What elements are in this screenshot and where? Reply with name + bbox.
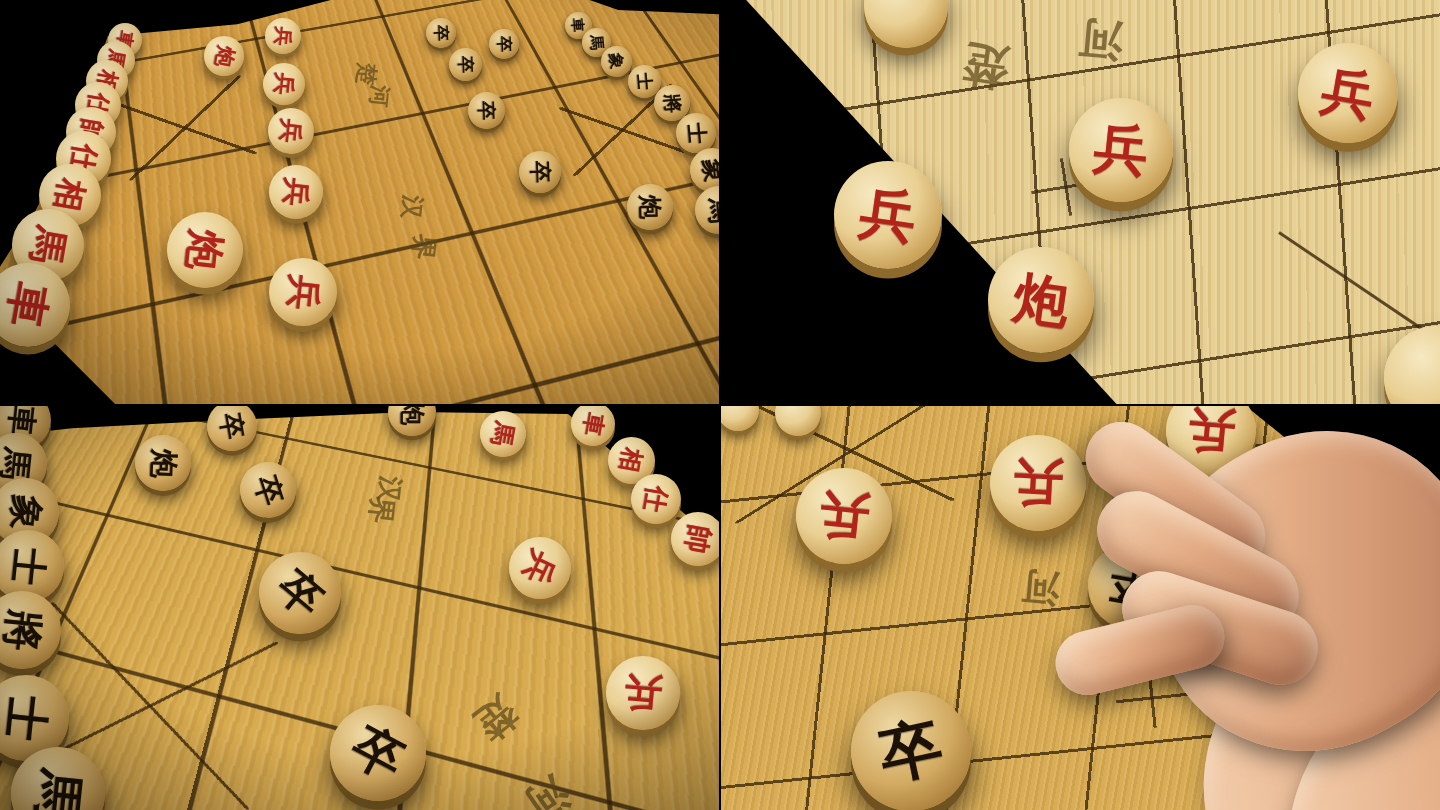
piece-character: 士 (685, 122, 708, 145)
piece-character: 士 (8, 546, 49, 587)
piece-character: 卒 (344, 719, 412, 787)
piece-character: 馬 (0, 446, 34, 481)
piece-character: 馬 (705, 196, 719, 223)
xiangqi-piece-炮[interactable]: 炮 (988, 247, 1094, 353)
piece-character: 兵 (272, 72, 296, 96)
xiangqi-piece-兵[interactable]: 兵 (265, 18, 301, 54)
xiangqi-piece-炮[interactable]: 炮 (204, 36, 244, 76)
piece-character: 將 (662, 93, 683, 114)
piece-character: 兵 (273, 26, 294, 47)
piece-character: 炮 (1010, 269, 1072, 331)
piece-character: 相 (617, 446, 645, 474)
piece-character: 士 (1, 693, 50, 742)
xiangqi-piece-兵[interactable]: 兵 (509, 537, 571, 599)
piece-character: 炮 (400, 406, 425, 425)
piece-character: 馬 (588, 34, 604, 50)
xiangqi-piece-馬[interactable]: 馬 (480, 411, 526, 457)
piece-character: 馬 (489, 420, 517, 448)
xiangqi-piece-兵[interactable]: 兵 (1069, 98, 1173, 202)
xiangqi-piece-兵[interactable]: 兵 (269, 258, 337, 326)
piece-character: 兵 (278, 118, 304, 144)
piece-character: 馬 (27, 224, 70, 267)
piece-character: 帥 (682, 523, 714, 555)
xiangqi-photo-collage: 楚河汉界 車馬相仕帥仕相馬車炮炮兵兵兵兵兵卒卒卒卒卒炮車馬象士將士象馬 楚河 兵… (0, 0, 1440, 810)
xiangqi-piece-兵[interactable]: 兵 (1298, 43, 1398, 143)
piece-character: 士 (635, 72, 653, 90)
piece-character: 炮 (638, 195, 663, 220)
piece-character: 將 (0, 607, 45, 652)
piece-character: 卒 (270, 563, 331, 624)
piece-character: 相 (51, 176, 88, 213)
piece-character: 象 (607, 52, 624, 69)
xiangqi-piece-兵[interactable]: 兵 (796, 468, 892, 564)
xiangqi-piece-卒[interactable]: 卒 (259, 552, 341, 634)
xiangqi-piece-士[interactable]: 士 (628, 65, 661, 98)
piece-character: 兵 (281, 177, 312, 208)
piece-character: 象 (700, 158, 719, 183)
xiangqi-piece-仕[interactable]: 仕 (631, 474, 681, 524)
piece-character: 兵 (519, 547, 562, 590)
xiangqi-piece-帥[interactable]: 帥 (671, 512, 719, 566)
piece-character: 炮 (148, 448, 178, 478)
xiangqi-piece-卒[interactable]: 卒 (519, 151, 561, 193)
piece-character: 兵 (1091, 120, 1150, 179)
xiangqi-piece-炮[interactable]: 炮 (627, 184, 673, 230)
piece-character: 卒 (496, 36, 513, 53)
xiangqi-piece-兵[interactable]: 兵 (263, 63, 305, 105)
xiangqi-piece-卒[interactable]: 卒 (468, 92, 505, 129)
piece-character: 兵 (1318, 63, 1378, 123)
xiangqi-piece-兵[interactable]: 兵 (268, 108, 314, 154)
piece-character: 兵 (856, 183, 919, 246)
xiangqi-piece-卒[interactable]: 卒 (489, 29, 519, 59)
piece-character: 兵 (817, 489, 872, 544)
piece-character: 兵 (1012, 457, 1065, 510)
panel-full-board-black-side: 汉界楚河 車馬象士將士馬炮炮卒卒卒卒馬兵兵車相仕帥 (0, 406, 719, 810)
piece-character: 車 (570, 17, 585, 32)
piece-character: 馬 (31, 767, 85, 810)
piece-character: 卒 (217, 411, 247, 441)
piece-character: 兵 (1186, 406, 1237, 456)
xiangqi-piece-卒[interactable]: 卒 (449, 48, 482, 81)
piece-character: 卒 (456, 55, 474, 73)
xiangqi-piece-象[interactable]: 象 (601, 46, 632, 77)
piece-character: 車 (580, 411, 607, 438)
piece-character: 象 (6, 493, 44, 531)
piece-character: 卒 (874, 714, 948, 788)
xiangqi-piece-卒[interactable]: 卒 (851, 691, 971, 810)
piece-character: 卒 (433, 25, 450, 42)
xiangqi-piece-兵[interactable]: 兵 (990, 435, 1086, 531)
xiangqi-piece-兵[interactable]: 兵 (269, 165, 323, 219)
xiangqi-piece-卒[interactable]: 卒 (330, 705, 426, 801)
panel-closeup-red-pieces: 楚河 兵兵兵炮 (721, 0, 1440, 404)
xiangqi-piece-炮[interactable]: 炮 (135, 435, 191, 491)
xiangqi-piece-兵[interactable]: 兵 (834, 161, 942, 269)
piece-character: 仕 (641, 484, 671, 514)
xiangqi-piece-卒[interactable]: 卒 (240, 462, 296, 518)
piece-character: 兵 (284, 273, 322, 311)
piece-character: 車 (6, 406, 39, 436)
xiangqi-piece-卒[interactable]: 卒 (426, 18, 456, 48)
xiangqi-piece-士[interactable]: 士 (676, 113, 716, 153)
piece-character: 卒 (529, 161, 552, 184)
panel-full-board-perspective: 楚河汉界 車馬相仕帥仕相馬車炮炮兵兵兵兵兵卒卒卒卒卒炮車馬象士將士象馬 (0, 0, 719, 404)
piece-character: 卒 (250, 472, 287, 509)
piece-character: 炮 (212, 44, 236, 68)
piece-character: 車 (3, 280, 54, 331)
panel-closeup-hand-move: 河界 兵兵兵卒卒 (721, 406, 1440, 810)
piece-character: 兵 (622, 672, 663, 713)
piece-character: 卒 (476, 100, 496, 120)
piece-character: 炮 (183, 228, 227, 272)
xiangqi-piece-炮[interactable]: 炮 (167, 212, 243, 288)
xiangqi-piece-兵[interactable]: 兵 (606, 656, 680, 730)
